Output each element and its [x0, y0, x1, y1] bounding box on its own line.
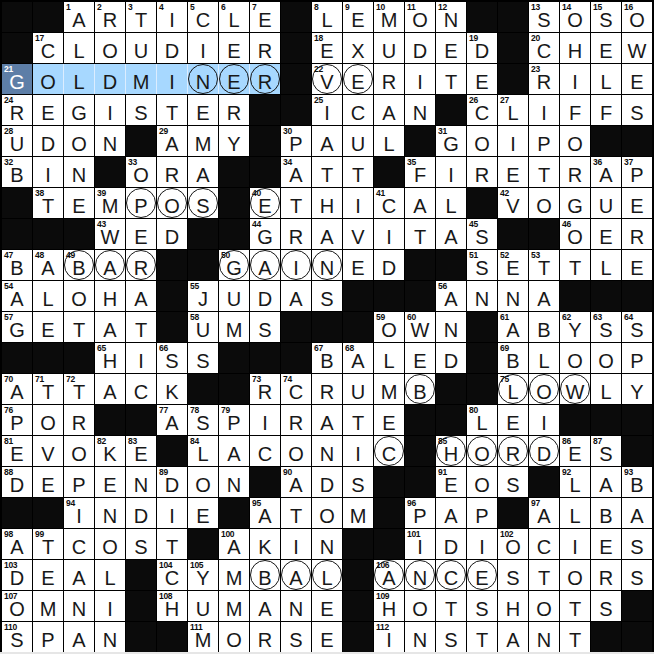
cell-r7c2[interactable]: 38T: [33, 188, 63, 218]
cell-r15c13[interactable]: C: [374, 436, 404, 466]
cell-r10c4[interactable]: H: [95, 281, 125, 311]
cell-r9c11[interactable]: N: [312, 250, 342, 280]
cell-r2c21[interactable]: W: [622, 33, 652, 63]
cell-r15c11[interactable]: N: [312, 436, 342, 466]
cell-r20c7[interactable]: U: [188, 591, 218, 621]
cell-r19c21[interactable]: S: [622, 560, 652, 590]
cell-r14c12[interactable]: T: [343, 405, 373, 435]
cell-r4c11[interactable]: 25I: [312, 95, 342, 125]
cell-r4c7[interactable]: E: [188, 95, 218, 125]
cell-r12c20[interactable]: O: [591, 343, 621, 373]
cell-r4c14[interactable]: N: [405, 95, 435, 125]
cell-r2c13[interactable]: U: [374, 33, 404, 63]
cell-r2c2[interactable]: 17C: [33, 33, 63, 63]
cell-r18c2[interactable]: 99T: [33, 529, 63, 559]
cell-r9c20[interactable]: L: [591, 250, 621, 280]
cell-r18c11[interactable]: N: [312, 529, 342, 559]
cell-r7c11[interactable]: H: [312, 188, 342, 218]
cell-r14c6[interactable]: 77A: [157, 405, 187, 435]
cell-r21c16[interactable]: T: [467, 622, 497, 652]
cell-r9c5[interactable]: R: [126, 250, 156, 280]
cell-r11c4[interactable]: A: [95, 312, 125, 342]
cell-r3c9[interactable]: R: [250, 64, 280, 94]
cell-r1c6[interactable]: 4I: [157, 2, 187, 32]
cell-r14c18[interactable]: I: [529, 405, 559, 435]
cell-r5c15[interactable]: 31G: [436, 126, 466, 156]
cell-r9c16[interactable]: 51S: [467, 250, 497, 280]
cell-r18c17[interactable]: 102O: [498, 529, 528, 559]
cell-r1c14[interactable]: 11O: [405, 2, 435, 32]
cell-r2c9[interactable]: R: [250, 33, 280, 63]
cell-r10c16[interactable]: N: [467, 281, 497, 311]
cell-r6c11[interactable]: T: [312, 157, 342, 187]
cell-r7c15[interactable]: L: [436, 188, 466, 218]
cell-r17c15[interactable]: A: [436, 498, 466, 528]
cell-r11c3[interactable]: T: [64, 312, 94, 342]
cell-r1c4[interactable]: 2R: [95, 2, 125, 32]
cell-r9c21[interactable]: E: [622, 250, 652, 280]
cell-r5c7[interactable]: M: [188, 126, 218, 156]
cell-r16c3[interactable]: P: [64, 467, 94, 497]
cell-r19c20[interactable]: R: [591, 560, 621, 590]
cell-r20c1[interactable]: 107O: [2, 591, 32, 621]
cell-r10c11[interactable]: S: [312, 281, 342, 311]
cell-r7c10[interactable]: T: [281, 188, 311, 218]
cell-r8c13[interactable]: I: [374, 219, 404, 249]
cell-r13c13[interactable]: M: [374, 374, 404, 404]
cell-r10c5[interactable]: A: [126, 281, 156, 311]
cell-r21c8[interactable]: O: [219, 622, 249, 652]
cell-r7c14[interactable]: A: [405, 188, 435, 218]
cell-r8c20[interactable]: E: [591, 219, 621, 249]
cell-r18c19[interactable]: I: [560, 529, 590, 559]
cell-r19c18[interactable]: T: [529, 560, 559, 590]
cell-r14c2[interactable]: O: [33, 405, 63, 435]
cell-r20c16[interactable]: S: [467, 591, 497, 621]
cell-r19c10[interactable]: A: [281, 560, 311, 590]
cell-r3c5[interactable]: M: [126, 64, 156, 94]
cell-r11c1[interactable]: 57G: [2, 312, 32, 342]
cell-r18c20[interactable]: E: [591, 529, 621, 559]
cell-r11c2[interactable]: E: [33, 312, 63, 342]
cell-r1c13[interactable]: 10M: [374, 2, 404, 32]
cell-r7c18[interactable]: O: [529, 188, 559, 218]
cell-r14c13[interactable]: E: [374, 405, 404, 435]
cell-r2c4[interactable]: O: [95, 33, 125, 63]
cell-r11c13[interactable]: 59O: [374, 312, 404, 342]
cell-r6c3[interactable]: N: [64, 157, 94, 187]
cell-r12c18[interactable]: L: [529, 343, 559, 373]
cell-r19c4[interactable]: L: [95, 560, 125, 590]
cell-r16c8[interactable]: N: [219, 467, 249, 497]
cell-r20c8[interactable]: M: [219, 591, 249, 621]
cell-r5c6[interactable]: 29A: [157, 126, 187, 156]
cell-r16c4[interactable]: E: [95, 467, 125, 497]
cell-r13c12[interactable]: U: [343, 374, 373, 404]
cell-r21c3[interactable]: A: [64, 622, 94, 652]
cell-r18c18[interactable]: C: [529, 529, 559, 559]
cell-r14c8[interactable]: 79P: [219, 405, 249, 435]
cell-r19c1[interactable]: 103D: [2, 560, 32, 590]
cell-r11c8[interactable]: M: [219, 312, 249, 342]
cell-r3c1[interactable]: 21G: [2, 64, 32, 94]
cell-r16c15[interactable]: 91E: [436, 467, 466, 497]
cell-r3c20[interactable]: L: [591, 64, 621, 94]
cell-r20c18[interactable]: O: [529, 591, 559, 621]
cell-r20c19[interactable]: T: [560, 591, 590, 621]
cell-r15c5[interactable]: 83E: [126, 436, 156, 466]
cell-r18c4[interactable]: O: [95, 529, 125, 559]
cell-r11c5[interactable]: T: [126, 312, 156, 342]
cell-r14c16[interactable]: 80L: [467, 405, 497, 435]
cell-r10c9[interactable]: D: [250, 281, 280, 311]
cell-r1c5[interactable]: 3T: [126, 2, 156, 32]
cell-r20c14[interactable]: O: [405, 591, 435, 621]
cell-r3c12[interactable]: E: [343, 64, 373, 94]
cell-r5c11[interactable]: A: [312, 126, 342, 156]
cell-r5c2[interactable]: D: [33, 126, 63, 156]
cell-r8c14[interactable]: T: [405, 219, 435, 249]
cell-r4c6[interactable]: T: [157, 95, 187, 125]
cell-r2c15[interactable]: E: [436, 33, 466, 63]
cell-r6c19[interactable]: R: [560, 157, 590, 187]
cell-r10c8[interactable]: U: [219, 281, 249, 311]
cell-r11c14[interactable]: 60W: [405, 312, 435, 342]
cell-r18c6[interactable]: T: [157, 529, 187, 559]
cell-r12c12[interactable]: 68A: [343, 343, 373, 373]
cell-r7c4[interactable]: 39M: [95, 188, 125, 218]
cell-r5c10[interactable]: 30P: [281, 126, 311, 156]
cell-r9c18[interactable]: 53T: [529, 250, 559, 280]
cell-r18c5[interactable]: S: [126, 529, 156, 559]
cell-r21c4[interactable]: N: [95, 622, 125, 652]
cell-r13c19[interactable]: W: [560, 374, 590, 404]
cell-r20c4[interactable]: I: [95, 591, 125, 621]
cell-r16c17[interactable]: S: [498, 467, 528, 497]
cell-r4c5[interactable]: S: [126, 95, 156, 125]
cell-r3c21[interactable]: E: [622, 64, 652, 94]
cell-r15c1[interactable]: 81E: [2, 436, 32, 466]
cell-r5c18[interactable]: P: [529, 126, 559, 156]
cell-r11c7[interactable]: 58U: [188, 312, 218, 342]
cell-r5c8[interactable]: Y: [219, 126, 249, 156]
cell-r1c19[interactable]: 14O: [560, 2, 590, 32]
cell-r8c19[interactable]: 46O: [560, 219, 590, 249]
cell-r1c15[interactable]: 12N: [436, 2, 466, 32]
cell-r10c10[interactable]: A: [281, 281, 311, 311]
cell-r7c5[interactable]: P: [126, 188, 156, 218]
cell-r5c1[interactable]: 28U: [2, 126, 32, 156]
cell-r6c1[interactable]: 32B: [2, 157, 32, 187]
cell-r3c15[interactable]: T: [436, 64, 466, 94]
cell-r21c15[interactable]: S: [436, 622, 466, 652]
cell-r12c15[interactable]: D: [436, 343, 466, 373]
cell-r6c20[interactable]: 36A: [591, 157, 621, 187]
cell-r1c9[interactable]: 7E: [250, 2, 280, 32]
cell-r9c19[interactable]: T: [560, 250, 590, 280]
cell-r16c12[interactable]: S: [343, 467, 373, 497]
cell-r11c19[interactable]: 62Y: [560, 312, 590, 342]
cell-r7c13[interactable]: 41C: [374, 188, 404, 218]
cell-r4c8[interactable]: R: [219, 95, 249, 125]
cell-r20c2[interactable]: M: [33, 591, 63, 621]
cell-r8c9[interactable]: 44G: [250, 219, 280, 249]
cell-r13c14[interactable]: B: [405, 374, 435, 404]
cell-r19c9[interactable]: B: [250, 560, 280, 590]
cell-r20c13[interactable]: 109H: [374, 591, 404, 621]
cell-r18c10[interactable]: I: [281, 529, 311, 559]
cell-r4c16[interactable]: 26C: [467, 95, 497, 125]
cell-r9c1[interactable]: 47B: [2, 250, 32, 280]
cell-r21c10[interactable]: S: [281, 622, 311, 652]
cell-r4c4[interactable]: I: [95, 95, 125, 125]
cell-r20c15[interactable]: T: [436, 591, 466, 621]
cell-r1c8[interactable]: 6L: [219, 2, 249, 32]
cell-r15c19[interactable]: 86E: [560, 436, 590, 466]
cell-r17c16[interactable]: P: [467, 498, 497, 528]
cell-r1c11[interactable]: 8L: [312, 2, 342, 32]
cell-r19c2[interactable]: E: [33, 560, 63, 590]
cell-r12c11[interactable]: 67B: [312, 343, 342, 373]
cell-r21c17[interactable]: A: [498, 622, 528, 652]
cell-r15c4[interactable]: 82K: [95, 436, 125, 466]
cell-r12c19[interactable]: O: [560, 343, 590, 373]
cell-r12c13[interactable]: L: [374, 343, 404, 373]
cell-r3c14[interactable]: I: [405, 64, 435, 94]
cell-r21c19[interactable]: T: [560, 622, 590, 652]
cell-r21c11[interactable]: E: [312, 622, 342, 652]
cell-r13c11[interactable]: R: [312, 374, 342, 404]
cell-r16c16[interactable]: O: [467, 467, 497, 497]
cell-r12c17[interactable]: 69B: [498, 343, 528, 373]
cell-r21c1[interactable]: 110S: [2, 622, 32, 652]
cell-r21c9[interactable]: R: [250, 622, 280, 652]
cell-r9c10[interactable]: I: [281, 250, 311, 280]
cell-r8c12[interactable]: V: [343, 219, 373, 249]
cell-r7c9[interactable]: 40E: [250, 188, 280, 218]
cell-r6c7[interactable]: A: [188, 157, 218, 187]
cell-r14c1[interactable]: 76P: [2, 405, 32, 435]
cell-r2c19[interactable]: H: [560, 33, 590, 63]
cell-r2c20[interactable]: E: [591, 33, 621, 63]
cell-r13c1[interactable]: 70A: [2, 374, 32, 404]
cell-r1c7[interactable]: 5C: [188, 2, 218, 32]
cell-r14c3[interactable]: R: [64, 405, 94, 435]
cell-r14c10[interactable]: R: [281, 405, 311, 435]
cell-r15c16[interactable]: O: [467, 436, 497, 466]
cell-r17c3[interactable]: 94I: [64, 498, 94, 528]
cell-r17c20[interactable]: B: [591, 498, 621, 528]
cell-r13c2[interactable]: 71T: [33, 374, 63, 404]
cell-r10c18[interactable]: A: [529, 281, 559, 311]
cell-r20c17[interactable]: H: [498, 591, 528, 621]
cell-r17c10[interactable]: T: [281, 498, 311, 528]
cell-r6c14[interactable]: 35F: [405, 157, 435, 187]
cell-r20c11[interactable]: E: [312, 591, 342, 621]
cell-r9c3[interactable]: 49B: [64, 250, 94, 280]
cell-r20c6[interactable]: 108H: [157, 591, 187, 621]
cell-r2c12[interactable]: X: [343, 33, 373, 63]
cell-r4c21[interactable]: S: [622, 95, 652, 125]
cell-r17c21[interactable]: A: [622, 498, 652, 528]
cell-r13c18[interactable]: O: [529, 374, 559, 404]
cell-r17c14[interactable]: 96P: [405, 498, 435, 528]
cell-r10c17[interactable]: N: [498, 281, 528, 311]
cell-r11c21[interactable]: 64S: [622, 312, 652, 342]
cell-r7c19[interactable]: G: [560, 188, 590, 218]
cell-r20c9[interactable]: A: [250, 591, 280, 621]
cell-r11c18[interactable]: B: [529, 312, 559, 342]
cell-r3c16[interactable]: E: [467, 64, 497, 94]
cell-r2c16[interactable]: 19D: [467, 33, 497, 63]
cell-r1c20[interactable]: 15S: [591, 2, 621, 32]
cell-r4c13[interactable]: A: [374, 95, 404, 125]
cell-r21c14[interactable]: N: [405, 622, 435, 652]
cell-r5c16[interactable]: O: [467, 126, 497, 156]
cell-r11c20[interactable]: 63S: [591, 312, 621, 342]
cell-r16c20[interactable]: A: [591, 467, 621, 497]
cell-r5c3[interactable]: O: [64, 126, 94, 156]
cell-r11c17[interactable]: 61A: [498, 312, 528, 342]
cell-r4c12[interactable]: C: [343, 95, 373, 125]
cell-r17c12[interactable]: M: [343, 498, 373, 528]
cell-r10c3[interactable]: O: [64, 281, 94, 311]
cell-r1c3[interactable]: 1A: [64, 2, 94, 32]
cell-r15c18[interactable]: D: [529, 436, 559, 466]
cell-r19c16[interactable]: E: [467, 560, 497, 590]
cell-r12c4[interactable]: 65H: [95, 343, 125, 373]
cell-r20c20[interactable]: S: [591, 591, 621, 621]
cell-r4c1[interactable]: 24R: [2, 95, 32, 125]
cell-r19c6[interactable]: 104C: [157, 560, 187, 590]
cell-r8c11[interactable]: A: [312, 219, 342, 249]
cell-r21c13[interactable]: 112I: [374, 622, 404, 652]
cell-r13c5[interactable]: C: [126, 374, 156, 404]
cell-r13c17[interactable]: 75L: [498, 374, 528, 404]
cell-r15c15[interactable]: 85H: [436, 436, 466, 466]
cell-r17c11[interactable]: O: [312, 498, 342, 528]
cell-r18c15[interactable]: D: [436, 529, 466, 559]
cell-r17c4[interactable]: N: [95, 498, 125, 528]
cell-r8c15[interactable]: A: [436, 219, 466, 249]
cell-r16c19[interactable]: 92L: [560, 467, 590, 497]
cell-r2c18[interactable]: 20C: [529, 33, 559, 63]
cell-r11c15[interactable]: N: [436, 312, 466, 342]
cell-r2c11[interactable]: 18E: [312, 33, 342, 63]
cell-r15c10[interactable]: O: [281, 436, 311, 466]
cell-r3c18[interactable]: 23R: [529, 64, 559, 94]
cell-r3c8[interactable]: E: [219, 64, 249, 94]
cell-r7c17[interactable]: 42V: [498, 188, 528, 218]
cell-r19c14[interactable]: N: [405, 560, 435, 590]
cell-r20c3[interactable]: N: [64, 591, 94, 621]
cell-r21c2[interactable]: P: [33, 622, 63, 652]
cell-r6c12[interactable]: T: [343, 157, 373, 187]
cell-r17c9[interactable]: 95A: [250, 498, 280, 528]
cell-r19c7[interactable]: 105Y: [188, 560, 218, 590]
cell-r16c1[interactable]: 88D: [2, 467, 32, 497]
cell-r5c13[interactable]: L: [374, 126, 404, 156]
cell-r12c6[interactable]: 66S: [157, 343, 187, 373]
cell-r19c15[interactable]: C: [436, 560, 466, 590]
cell-r6c6[interactable]: R: [157, 157, 187, 187]
cell-r18c3[interactable]: C: [64, 529, 94, 559]
cell-r16c21[interactable]: 93B: [622, 467, 652, 497]
cell-r15c3[interactable]: O: [64, 436, 94, 466]
cell-r14c11[interactable]: A: [312, 405, 342, 435]
cell-r3c6[interactable]: I: [157, 64, 187, 94]
cell-r18c14[interactable]: 101I: [405, 529, 435, 559]
cell-r8c10[interactable]: R: [281, 219, 311, 249]
cell-r20c10[interactable]: N: [281, 591, 311, 621]
cell-r4c20[interactable]: F: [591, 95, 621, 125]
cell-r18c9[interactable]: K: [250, 529, 280, 559]
cell-r17c6[interactable]: I: [157, 498, 187, 528]
cell-r17c5[interactable]: D: [126, 498, 156, 528]
cell-r4c3[interactable]: G: [64, 95, 94, 125]
cell-r7c12[interactable]: I: [343, 188, 373, 218]
cell-r7c3[interactable]: E: [64, 188, 94, 218]
cell-r19c3[interactable]: A: [64, 560, 94, 590]
cell-r6c5[interactable]: 33O: [126, 157, 156, 187]
cell-r5c19[interactable]: O: [560, 126, 590, 156]
cell-r16c5[interactable]: N: [126, 467, 156, 497]
cell-r21c7[interactable]: 111M: [188, 622, 218, 652]
cell-r5c17[interactable]: I: [498, 126, 528, 156]
cell-r13c6[interactable]: K: [157, 374, 187, 404]
cell-r7c20[interactable]: U: [591, 188, 621, 218]
cell-r3c4[interactable]: D: [95, 64, 125, 94]
cell-r5c12[interactable]: U: [343, 126, 373, 156]
cell-r9c2[interactable]: 48A: [33, 250, 63, 280]
cell-r3c11[interactable]: 22V: [312, 64, 342, 94]
cell-r19c8[interactable]: M: [219, 560, 249, 590]
cell-r13c9[interactable]: 73R: [250, 374, 280, 404]
cell-r12c21[interactable]: P: [622, 343, 652, 373]
cell-r15c7[interactable]: 84L: [188, 436, 218, 466]
cell-r6c18[interactable]: T: [529, 157, 559, 187]
cell-r13c4[interactable]: A: [95, 374, 125, 404]
cell-r13c3[interactable]: 72T: [64, 374, 94, 404]
cell-r12c5[interactable]: I: [126, 343, 156, 373]
cell-r19c13[interactable]: 106A: [374, 560, 404, 590]
cell-r6c2[interactable]: I: [33, 157, 63, 187]
cell-r4c2[interactable]: E: [33, 95, 63, 125]
cell-r11c9[interactable]: S: [250, 312, 280, 342]
cell-r15c9[interactable]: C: [250, 436, 280, 466]
cell-r8c21[interactable]: R: [622, 219, 652, 249]
cell-r14c7[interactable]: 78S: [188, 405, 218, 435]
cell-r4c18[interactable]: I: [529, 95, 559, 125]
cell-r9c13[interactable]: D: [374, 250, 404, 280]
cell-r13c21[interactable]: Y: [622, 374, 652, 404]
cell-r6c21[interactable]: 37P: [622, 157, 652, 187]
cell-r19c17[interactable]: S: [498, 560, 528, 590]
cell-r16c11[interactable]: D: [312, 467, 342, 497]
cell-r17c19[interactable]: L: [560, 498, 590, 528]
cell-r10c15[interactable]: 56A: [436, 281, 466, 311]
cell-r13c20[interactable]: L: [591, 374, 621, 404]
cell-r17c7[interactable]: E: [188, 498, 218, 528]
cell-r8c6[interactable]: D: [157, 219, 187, 249]
cell-r2c6[interactable]: D: [157, 33, 187, 63]
cell-r9c12[interactable]: E: [343, 250, 373, 280]
cell-r18c8[interactable]: 100A: [219, 529, 249, 559]
cell-r16c6[interactable]: 89D: [157, 467, 187, 497]
cell-r18c21[interactable]: S: [622, 529, 652, 559]
cell-r17c18[interactable]: 97A: [529, 498, 559, 528]
cell-r21c18[interactable]: N: [529, 622, 559, 652]
